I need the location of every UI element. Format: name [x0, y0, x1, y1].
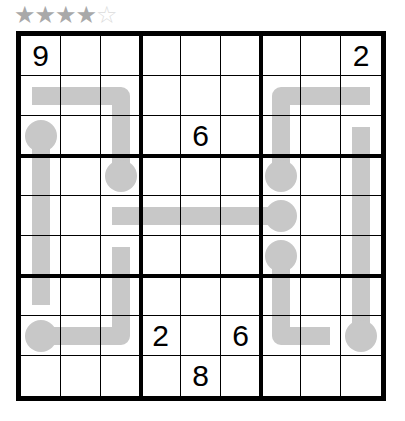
star-filled-icon: ★ — [76, 1, 97, 29]
cell-r1c4[interactable] — [141, 36, 181, 76]
cell-r3c9[interactable] — [341, 116, 381, 156]
cell-r8c9[interactable] — [341, 316, 381, 356]
cell-r9c1[interactable] — [21, 356, 61, 396]
cell-r2c4[interactable] — [141, 76, 181, 116]
cell-r5c9[interactable] — [341, 196, 381, 236]
cell-r9c5[interactable]: 8 — [181, 356, 221, 396]
cell-r3c8[interactable] — [301, 116, 341, 156]
cell-r9c7[interactable] — [261, 356, 301, 396]
cell-r6c9[interactable] — [341, 236, 381, 276]
cell-r9c4[interactable] — [141, 356, 181, 396]
cell-r7c6[interactable] — [221, 276, 261, 316]
cell-r6c4[interactable] — [141, 236, 181, 276]
cell-r3c1[interactable] — [21, 116, 61, 156]
cell-r1c7[interactable] — [261, 36, 301, 76]
star-filled-icon: ★ — [14, 1, 35, 29]
cell-r2c1[interactable] — [21, 76, 61, 116]
cell-r5c2[interactable] — [61, 196, 101, 236]
cell-r4c5[interactable] — [181, 156, 221, 196]
cell-r8c6[interactable]: 6 — [221, 316, 261, 356]
cell-r7c8[interactable] — [301, 276, 341, 316]
cell-r5c8[interactable] — [301, 196, 341, 236]
star-filled-icon: ★ — [35, 1, 56, 29]
cell-r8c7[interactable] — [261, 316, 301, 356]
cell-r1c2[interactable] — [61, 36, 101, 76]
cell-r3c4[interactable] — [141, 116, 181, 156]
cell-r9c9[interactable] — [341, 356, 381, 396]
cell-r6c5[interactable] — [181, 236, 221, 276]
cell-r8c1[interactable] — [21, 316, 61, 356]
box-separator-vertical-1 — [139, 36, 143, 396]
cell-r5c6[interactable] — [221, 196, 261, 236]
cell-r1c8[interactable] — [301, 36, 341, 76]
cell-r8c5[interactable] — [181, 316, 221, 356]
cell-r5c7[interactable] — [261, 196, 301, 236]
cell-r5c3[interactable] — [101, 196, 141, 236]
cell-r4c1[interactable] — [21, 156, 61, 196]
cell-r4c2[interactable] — [61, 156, 101, 196]
cell-r6c8[interactable] — [301, 236, 341, 276]
cell-r4c6[interactable] — [221, 156, 261, 196]
star-empty-icon: ☆ — [96, 1, 117, 29]
cell-r3c5[interactable]: 6 — [181, 116, 221, 156]
star-filled-icon: ★ — [55, 1, 76, 29]
cell-r8c4[interactable]: 2 — [141, 316, 181, 356]
cell-r7c7[interactable] — [261, 276, 301, 316]
box-separator-horizontal-2 — [21, 274, 381, 278]
cell-r2c9[interactable] — [341, 76, 381, 116]
cell-r3c3[interactable] — [101, 116, 141, 156]
cell-r3c7[interactable] — [261, 116, 301, 156]
cell-r5c4[interactable] — [141, 196, 181, 236]
cell-r8c8[interactable] — [301, 316, 341, 356]
cell-r6c1[interactable] — [21, 236, 61, 276]
cell-r7c2[interactable] — [61, 276, 101, 316]
cell-r3c2[interactable] — [61, 116, 101, 156]
cell-r9c2[interactable] — [61, 356, 101, 396]
cell-r7c9[interactable] — [341, 276, 381, 316]
cell-r1c5[interactable] — [181, 36, 221, 76]
cell-r8c2[interactable] — [61, 316, 101, 356]
sudoku-board: 926268 — [16, 31, 386, 401]
cell-r1c1[interactable]: 9 — [21, 36, 61, 76]
cell-r9c3[interactable] — [101, 356, 141, 396]
cell-r4c8[interactable] — [301, 156, 341, 196]
cell-r7c1[interactable] — [21, 276, 61, 316]
cell-r1c3[interactable] — [101, 36, 141, 76]
cell-r2c7[interactable] — [261, 76, 301, 116]
cell-r5c1[interactable] — [21, 196, 61, 236]
cell-r7c4[interactable] — [141, 276, 181, 316]
cell-r2c2[interactable] — [61, 76, 101, 116]
cell-r6c7[interactable] — [261, 236, 301, 276]
cell-r4c7[interactable] — [261, 156, 301, 196]
cell-r6c2[interactable] — [61, 236, 101, 276]
cell-r3c6[interactable] — [221, 116, 261, 156]
cell-r5c5[interactable] — [181, 196, 221, 236]
cell-r8c3[interactable] — [101, 316, 141, 356]
cell-r2c3[interactable] — [101, 76, 141, 116]
cell-r7c3[interactable] — [101, 276, 141, 316]
cell-r9c6[interactable] — [221, 356, 261, 396]
cell-r4c4[interactable] — [141, 156, 181, 196]
difficulty-stars: ★★★★☆ — [14, 0, 117, 30]
cell-r7c5[interactable] — [181, 276, 221, 316]
cell-r4c9[interactable] — [341, 156, 381, 196]
cell-r1c6[interactable] — [221, 36, 261, 76]
cell-r2c5[interactable] — [181, 76, 221, 116]
cell-r6c6[interactable] — [221, 236, 261, 276]
cell-r2c8[interactable] — [301, 76, 341, 116]
cell-r9c8[interactable] — [301, 356, 341, 396]
cell-r1c9[interactable]: 2 — [341, 36, 381, 76]
box-separator-vertical-2 — [259, 36, 263, 396]
cell-r6c3[interactable] — [101, 236, 141, 276]
grid-cells: 926268 — [21, 36, 381, 396]
cell-r4c3[interactable] — [101, 156, 141, 196]
cell-r2c6[interactable] — [221, 76, 261, 116]
box-separator-horizontal-1 — [21, 154, 381, 158]
